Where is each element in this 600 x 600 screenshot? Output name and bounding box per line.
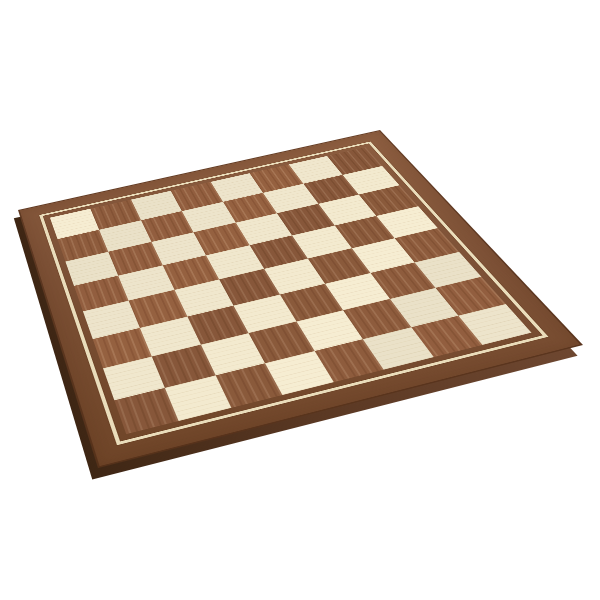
product-photo [0, 0, 600, 600]
board-grid [50, 147, 531, 434]
